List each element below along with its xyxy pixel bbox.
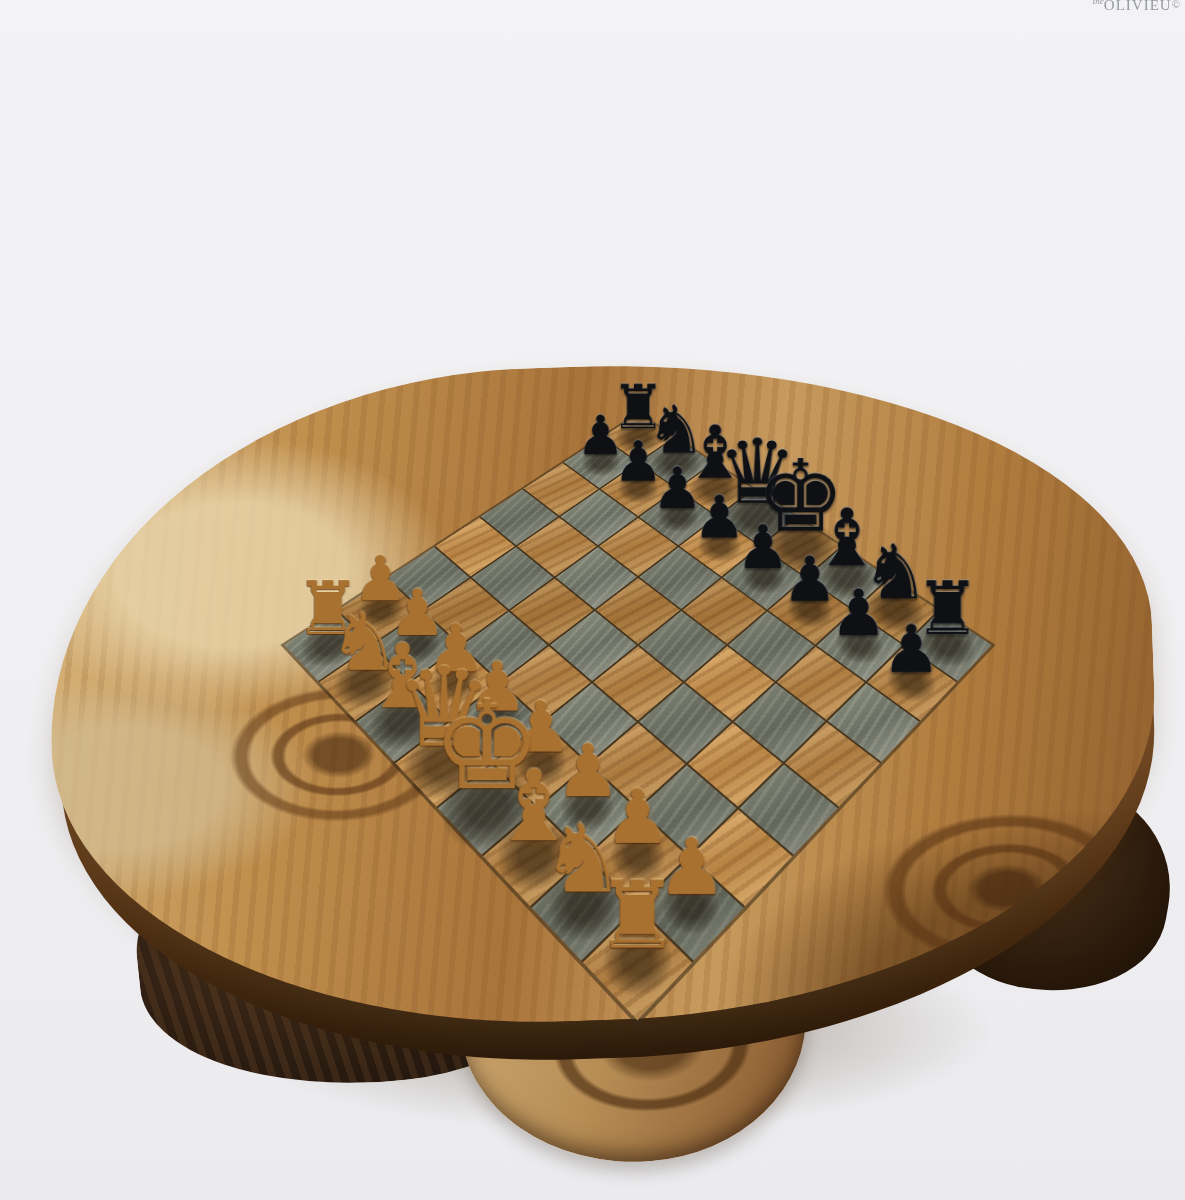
brand-logo: theOLIVIEU©	[1093, 0, 1181, 14]
board-scene: ♜♞♝♛♚♝♞♜♟♟♟♟♟♟♟♟♟♟♟♟♟♟♟♟♜♞♝♛♚♝♞♜	[0, 0, 1185, 1200]
brand-logo-mark: ©	[1172, 0, 1181, 10]
board-plane: ♜♞♝♛♚♝♞♜♟♟♟♟♟♟♟♟♟♟♟♟♟♟♟♟♜♞♝♛♚♝♞♜	[284, 414, 991, 1021]
piece-glyph: ♜	[596, 868, 680, 961]
product-photo-stage: ♜♞♝♛♚♝♞♜♟♟♟♟♟♟♟♟♟♟♟♟♟♟♟♟♜♞♝♛♚♝♞♜ theOLIV…	[0, 0, 1185, 1200]
pieces-layer: ♜♞♝♛♚♝♞♜♟♟♟♟♟♟♟♟♟♟♟♟♟♟♟♟♜♞♝♛♚♝♞♜	[284, 414, 991, 1021]
brand-logo-prefix: the	[1093, 0, 1104, 6]
piece-glyph: ♟	[882, 616, 941, 682]
brand-logo-name: OLIVIEU	[1104, 0, 1172, 13]
